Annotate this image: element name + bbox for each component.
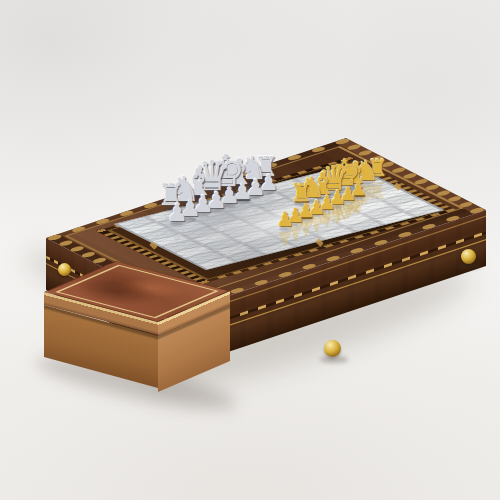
brass-foot-front <box>324 340 341 357</box>
brass-foot-left <box>58 263 71 276</box>
piece-silver-pawn[interactable]: ♟ <box>166 201 188 225</box>
brass-foot-right <box>461 249 476 264</box>
piece-gold-pawn[interactable]: ♟ <box>276 210 294 230</box>
scene: ♜♜♞♞♝♝♛♛♚♚♝♝♞♞♜♜♟♟♟♟♟♟♟♟♟♟♟♟♟♟♟♟♜♜♞♞♝♝♛♛… <box>0 0 500 500</box>
foot-shadow <box>320 356 348 363</box>
foot-shadow <box>458 263 482 269</box>
